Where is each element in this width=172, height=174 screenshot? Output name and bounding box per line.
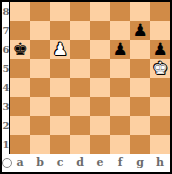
square-e1[interactable] <box>90 135 110 154</box>
square-c1[interactable] <box>50 135 70 154</box>
square-e3[interactable] <box>90 97 110 116</box>
square-a6[interactable]: ♚ <box>10 40 30 59</box>
square-g2[interactable] <box>130 116 150 135</box>
file-label-c: c <box>50 154 70 172</box>
square-g7[interactable]: ♟ <box>130 21 150 40</box>
chess-diagram: 87654321 ♟♚♟♟♟♚ abcdefgh <box>0 0 172 174</box>
square-d3[interactable] <box>70 97 90 116</box>
square-c5[interactable] <box>50 59 70 78</box>
rank-labels: 87654321 <box>2 2 10 154</box>
square-b4[interactable] <box>30 78 50 97</box>
square-f7[interactable] <box>110 21 130 40</box>
square-e2[interactable] <box>90 116 110 135</box>
square-c8[interactable] <box>50 2 70 21</box>
square-f1[interactable] <box>110 135 130 154</box>
piece-black-pawn[interactable]: ♟ <box>130 21 150 40</box>
rank-label-3: 3 <box>2 97 10 116</box>
square-b6[interactable] <box>30 40 50 59</box>
piece-black-pawn[interactable]: ♟ <box>150 40 170 59</box>
square-c2[interactable] <box>50 116 70 135</box>
square-d8[interactable] <box>70 2 90 21</box>
square-c4[interactable] <box>50 78 70 97</box>
square-c6[interactable]: ♟ <box>50 40 70 59</box>
square-g8[interactable] <box>130 2 150 21</box>
rank-label-1: 1 <box>2 135 10 154</box>
square-a3[interactable] <box>10 97 30 116</box>
square-e7[interactable] <box>90 21 110 40</box>
square-d2[interactable] <box>70 116 90 135</box>
square-e5[interactable] <box>90 59 110 78</box>
square-c3[interactable] <box>50 97 70 116</box>
file-label-h: h <box>150 154 170 172</box>
chess-board[interactable]: ♟♚♟♟♟♚ <box>10 2 170 154</box>
square-g3[interactable] <box>130 97 150 116</box>
square-a4[interactable] <box>10 78 30 97</box>
square-h3[interactable] <box>150 97 170 116</box>
rank-label-2: 2 <box>2 116 10 135</box>
side-to-move-white-circle-icon <box>2 158 12 168</box>
rank-label-6: 6 <box>2 40 10 59</box>
file-label-d: d <box>70 154 90 172</box>
rank-label-8: 8 <box>2 2 10 21</box>
square-f8[interactable] <box>110 2 130 21</box>
file-label-g: g <box>130 154 150 172</box>
square-b1[interactable] <box>30 135 50 154</box>
square-d7[interactable] <box>70 21 90 40</box>
file-label-e: e <box>90 154 110 172</box>
square-a8[interactable] <box>10 2 30 21</box>
square-g1[interactable] <box>130 135 150 154</box>
square-b8[interactable] <box>30 2 50 21</box>
square-a5[interactable] <box>10 59 30 78</box>
square-h7[interactable] <box>150 21 170 40</box>
square-a1[interactable] <box>10 135 30 154</box>
piece-white-king[interactable]: ♚ <box>150 59 170 78</box>
square-b7[interactable] <box>30 21 50 40</box>
square-d5[interactable] <box>70 59 90 78</box>
square-f6[interactable]: ♟ <box>110 40 130 59</box>
square-g4[interactable] <box>130 78 150 97</box>
square-h6[interactable]: ♟ <box>150 40 170 59</box>
square-e6[interactable] <box>90 40 110 59</box>
file-labels: abcdefgh <box>2 154 170 172</box>
piece-white-pawn[interactable]: ♟ <box>50 40 70 59</box>
square-b3[interactable] <box>30 97 50 116</box>
square-f3[interactable] <box>110 97 130 116</box>
square-d1[interactable] <box>70 135 90 154</box>
square-h4[interactable] <box>150 78 170 97</box>
square-a7[interactable] <box>10 21 30 40</box>
square-d4[interactable] <box>70 78 90 97</box>
piece-black-king[interactable]: ♚ <box>10 40 30 59</box>
square-f5[interactable] <box>110 59 130 78</box>
square-g5[interactable] <box>130 59 150 78</box>
square-b5[interactable] <box>30 59 50 78</box>
piece-black-pawn[interactable]: ♟ <box>110 40 130 59</box>
square-h2[interactable] <box>150 116 170 135</box>
square-e8[interactable] <box>90 2 110 21</box>
square-h5[interactable]: ♚ <box>150 59 170 78</box>
rank-label-7: 7 <box>2 21 10 40</box>
square-h8[interactable] <box>150 2 170 21</box>
square-f4[interactable] <box>110 78 130 97</box>
square-c7[interactable] <box>50 21 70 40</box>
square-a2[interactable] <box>10 116 30 135</box>
rank-label-5: 5 <box>2 59 10 78</box>
square-d6[interactable] <box>70 40 90 59</box>
square-g6[interactable] <box>130 40 150 59</box>
rank-label-4: 4 <box>2 78 10 97</box>
square-h1[interactable] <box>150 135 170 154</box>
file-label-f: f <box>110 154 130 172</box>
square-e4[interactable] <box>90 78 110 97</box>
file-label-b: b <box>30 154 50 172</box>
file-label-a: a <box>10 154 30 172</box>
square-b2[interactable] <box>30 116 50 135</box>
square-f2[interactable] <box>110 116 130 135</box>
